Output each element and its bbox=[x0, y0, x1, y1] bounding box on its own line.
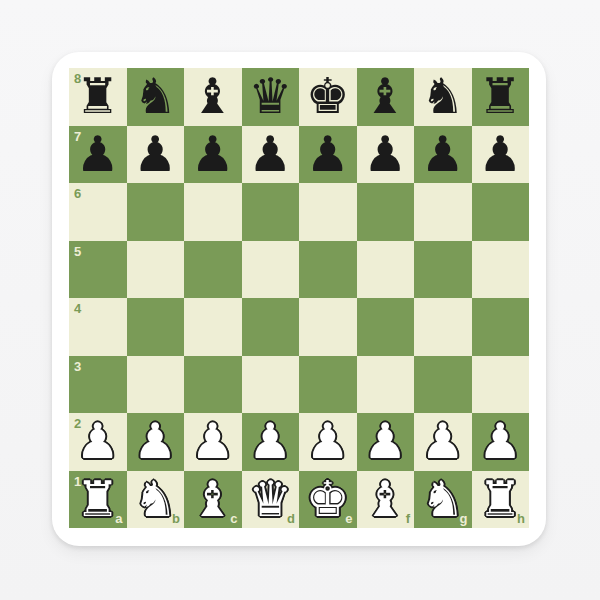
square-f1[interactable]: f♝ bbox=[357, 471, 415, 529]
square-g7[interactable]: ♟ bbox=[414, 126, 472, 184]
square-g8[interactable]: ♞ bbox=[414, 68, 472, 126]
square-d4[interactable] bbox=[242, 298, 300, 356]
square-h1[interactable]: h♜ bbox=[472, 471, 530, 529]
page-background: 8♜♞♝♛♚♝♞♜7♟♟♟♟♟♟♟♟65432♟♟♟♟♟♟♟♟1a♜b♞c♝d♛… bbox=[0, 0, 600, 600]
white-pawn-g2[interactable]: ♟ bbox=[414, 413, 472, 471]
square-f5[interactable] bbox=[357, 241, 415, 299]
square-h8[interactable]: ♜ bbox=[472, 68, 530, 126]
white-pawn-a2[interactable]: ♟ bbox=[69, 413, 127, 471]
square-b6[interactable] bbox=[127, 183, 185, 241]
rank-label-4: 4 bbox=[74, 302, 81, 315]
square-f7[interactable]: ♟ bbox=[357, 126, 415, 184]
white-rook-h1[interactable]: ♜ bbox=[472, 471, 530, 529]
square-e3[interactable] bbox=[299, 356, 357, 414]
square-g3[interactable] bbox=[414, 356, 472, 414]
square-a4[interactable]: 4 bbox=[69, 298, 127, 356]
white-bishop-f1[interactable]: ♝ bbox=[357, 471, 415, 529]
square-f6[interactable] bbox=[357, 183, 415, 241]
square-g4[interactable] bbox=[414, 298, 472, 356]
square-d3[interactable] bbox=[242, 356, 300, 414]
white-rook-a1[interactable]: ♜ bbox=[69, 471, 127, 529]
black-bishop-c8[interactable]: ♝ bbox=[184, 68, 242, 126]
square-f8[interactable]: ♝ bbox=[357, 68, 415, 126]
square-a7[interactable]: 7♟ bbox=[69, 126, 127, 184]
rank-label-3: 3 bbox=[74, 360, 81, 373]
square-c2[interactable]: ♟ bbox=[184, 413, 242, 471]
square-a3[interactable]: 3 bbox=[69, 356, 127, 414]
square-b2[interactable]: ♟ bbox=[127, 413, 185, 471]
square-g1[interactable]: g♞ bbox=[414, 471, 472, 529]
square-e6[interactable] bbox=[299, 183, 357, 241]
square-d5[interactable] bbox=[242, 241, 300, 299]
square-b8[interactable]: ♞ bbox=[127, 68, 185, 126]
white-pawn-e2[interactable]: ♟ bbox=[299, 413, 357, 471]
square-c8[interactable]: ♝ bbox=[184, 68, 242, 126]
white-king-e1[interactable]: ♚ bbox=[299, 471, 357, 529]
square-b3[interactable] bbox=[127, 356, 185, 414]
square-h2[interactable]: ♟ bbox=[472, 413, 530, 471]
square-c3[interactable] bbox=[184, 356, 242, 414]
square-d1[interactable]: d♛ bbox=[242, 471, 300, 529]
chess-board: 8♜♞♝♛♚♝♞♜7♟♟♟♟♟♟♟♟65432♟♟♟♟♟♟♟♟1a♜b♞c♝d♛… bbox=[69, 68, 529, 528]
square-f4[interactable] bbox=[357, 298, 415, 356]
black-pawn-g7[interactable]: ♟ bbox=[414, 126, 472, 184]
square-e1[interactable]: e♚ bbox=[299, 471, 357, 529]
white-pawn-c2[interactable]: ♟ bbox=[184, 413, 242, 471]
square-g5[interactable] bbox=[414, 241, 472, 299]
black-pawn-h7[interactable]: ♟ bbox=[472, 126, 530, 184]
square-d7[interactable]: ♟ bbox=[242, 126, 300, 184]
square-a8[interactable]: 8♜ bbox=[69, 68, 127, 126]
square-b1[interactable]: b♞ bbox=[127, 471, 185, 529]
square-f3[interactable] bbox=[357, 356, 415, 414]
square-d2[interactable]: ♟ bbox=[242, 413, 300, 471]
square-e8[interactable]: ♚ bbox=[299, 68, 357, 126]
square-a6[interactable]: 6 bbox=[69, 183, 127, 241]
square-e7[interactable]: ♟ bbox=[299, 126, 357, 184]
black-pawn-f7[interactable]: ♟ bbox=[357, 126, 415, 184]
white-pawn-h2[interactable]: ♟ bbox=[472, 413, 530, 471]
square-b5[interactable] bbox=[127, 241, 185, 299]
black-knight-b8[interactable]: ♞ bbox=[127, 68, 185, 126]
square-h6[interactable] bbox=[472, 183, 530, 241]
square-a5[interactable]: 5 bbox=[69, 241, 127, 299]
square-c1[interactable]: c♝ bbox=[184, 471, 242, 529]
black-bishop-f8[interactable]: ♝ bbox=[357, 68, 415, 126]
square-b7[interactable]: ♟ bbox=[127, 126, 185, 184]
square-h4[interactable] bbox=[472, 298, 530, 356]
square-d6[interactable] bbox=[242, 183, 300, 241]
square-g6[interactable] bbox=[414, 183, 472, 241]
black-pawn-d7[interactable]: ♟ bbox=[242, 126, 300, 184]
black-rook-h8[interactable]: ♜ bbox=[472, 68, 530, 126]
square-a1[interactable]: 1a♜ bbox=[69, 471, 127, 529]
white-pawn-f2[interactable]: ♟ bbox=[357, 413, 415, 471]
rank-label-6: 6 bbox=[74, 187, 81, 200]
black-king-e8[interactable]: ♚ bbox=[299, 68, 357, 126]
white-bishop-c1[interactable]: ♝ bbox=[184, 471, 242, 529]
white-knight-b1[interactable]: ♞ bbox=[127, 471, 185, 529]
square-c5[interactable] bbox=[184, 241, 242, 299]
square-d8[interactable]: ♛ bbox=[242, 68, 300, 126]
black-knight-g8[interactable]: ♞ bbox=[414, 68, 472, 126]
black-pawn-b7[interactable]: ♟ bbox=[127, 126, 185, 184]
square-c4[interactable] bbox=[184, 298, 242, 356]
white-queen-d1[interactable]: ♛ bbox=[242, 471, 300, 529]
square-g2[interactable]: ♟ bbox=[414, 413, 472, 471]
square-b4[interactable] bbox=[127, 298, 185, 356]
black-pawn-c7[interactable]: ♟ bbox=[184, 126, 242, 184]
white-pawn-d2[interactable]: ♟ bbox=[242, 413, 300, 471]
white-knight-g1[interactable]: ♞ bbox=[414, 471, 472, 529]
rank-label-5: 5 bbox=[74, 245, 81, 258]
black-pawn-a7[interactable]: ♟ bbox=[69, 126, 127, 184]
square-f2[interactable]: ♟ bbox=[357, 413, 415, 471]
white-pawn-b2[interactable]: ♟ bbox=[127, 413, 185, 471]
square-c7[interactable]: ♟ bbox=[184, 126, 242, 184]
square-h7[interactable]: ♟ bbox=[472, 126, 530, 184]
chess-sticker: 8♜♞♝♛♚♝♞♜7♟♟♟♟♟♟♟♟65432♟♟♟♟♟♟♟♟1a♜b♞c♝d♛… bbox=[52, 52, 546, 546]
square-e4[interactable] bbox=[299, 298, 357, 356]
square-c6[interactable] bbox=[184, 183, 242, 241]
black-rook-a8[interactable]: ♜ bbox=[69, 68, 127, 126]
square-h5[interactable] bbox=[472, 241, 530, 299]
black-pawn-e7[interactable]: ♟ bbox=[299, 126, 357, 184]
square-e5[interactable] bbox=[299, 241, 357, 299]
square-a2[interactable]: 2♟ bbox=[69, 413, 127, 471]
black-queen-d8[interactable]: ♛ bbox=[242, 68, 300, 126]
square-h3[interactable] bbox=[472, 356, 530, 414]
square-e2[interactable]: ♟ bbox=[299, 413, 357, 471]
